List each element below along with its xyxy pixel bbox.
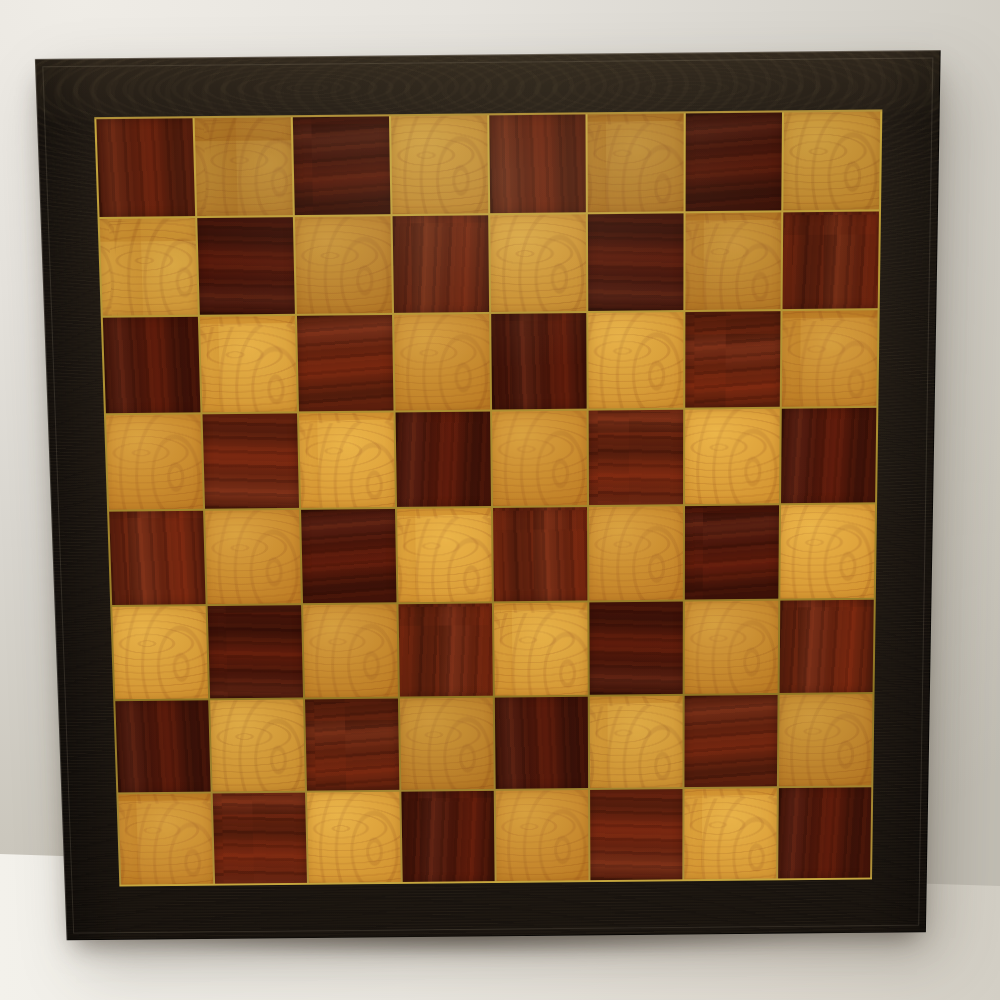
square-r7c3	[305, 699, 399, 791]
square-r4c7	[685, 409, 780, 504]
square-r7c2	[210, 699, 305, 791]
square-r1c1	[96, 118, 195, 217]
square-r6c5	[494, 602, 588, 695]
square-r5c5	[493, 507, 587, 601]
square-r7c8	[779, 694, 873, 786]
square-r1c3	[293, 116, 391, 215]
square-r4c8	[781, 408, 876, 503]
square-r8c8	[778, 787, 871, 878]
square-r1c8	[783, 112, 880, 211]
square-r4c5	[492, 411, 587, 506]
square-r2c7	[685, 212, 781, 310]
square-r8c6	[590, 789, 682, 880]
square-r1c6	[588, 113, 684, 212]
square-r1c4	[391, 115, 488, 214]
square-r3c2	[200, 316, 297, 412]
chessboard	[35, 50, 941, 940]
square-r5c3	[301, 509, 396, 603]
board-frame	[35, 50, 941, 940]
square-r3c4	[394, 314, 490, 410]
square-r2c5	[490, 214, 586, 312]
square-r2c8	[783, 211, 879, 309]
square-r6c1	[112, 606, 208, 699]
square-r2c2	[197, 217, 295, 315]
square-r2c1	[100, 218, 198, 316]
square-r6c4	[398, 603, 492, 696]
square-r8c4	[401, 791, 494, 882]
square-r1c7	[686, 112, 782, 211]
square-r3c3	[297, 315, 394, 411]
square-r4c2	[203, 413, 300, 508]
square-r8c1	[118, 794, 213, 885]
square-r6c6	[589, 602, 682, 695]
square-r3c1	[103, 317, 201, 413]
square-r7c6	[590, 696, 683, 788]
square-r6c3	[303, 604, 398, 697]
square-r4c1	[106, 414, 203, 509]
square-r4c4	[396, 412, 491, 507]
square-r6c2	[208, 605, 303, 698]
square-r1c2	[195, 117, 293, 216]
square-r7c5	[495, 697, 588, 789]
square-r1c5	[489, 114, 586, 213]
square-r2c4	[393, 215, 490, 313]
square-r3c5	[491, 313, 586, 409]
square-r6c8	[780, 600, 874, 693]
square-r3c6	[588, 312, 683, 408]
square-r2c6	[588, 213, 684, 311]
square-r5c1	[109, 511, 205, 605]
square-r8c3	[307, 792, 401, 883]
square-r5c8	[780, 504, 875, 598]
square-r5c2	[205, 510, 301, 604]
square-r7c7	[684, 695, 777, 787]
square-r6c7	[685, 601, 779, 694]
square-r5c4	[397, 508, 492, 602]
square-r7c1	[115, 700, 210, 792]
square-r7c4	[400, 698, 494, 790]
square-r8c7	[684, 788, 777, 879]
square-r2c3	[295, 216, 392, 314]
square-r3c8	[782, 310, 878, 407]
playing-area	[94, 109, 882, 886]
square-r4c6	[589, 410, 684, 505]
square-r8c5	[496, 790, 589, 881]
square-r5c7	[685, 505, 779, 599]
square-r5c6	[589, 506, 683, 600]
square-r4c3	[299, 412, 395, 507]
scene	[0, 0, 1000, 1000]
square-r3c7	[685, 311, 780, 407]
square-r8c2	[213, 793, 307, 884]
